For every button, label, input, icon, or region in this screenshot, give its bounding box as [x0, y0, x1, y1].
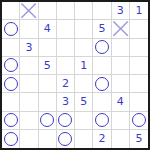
cell-r3c3[interactable] [39, 39, 57, 57]
cell-r6c5[interactable]: 5 [75, 93, 93, 111]
cell-r1c8[interactable]: 1 [130, 2, 148, 20]
circle-mark [4, 77, 18, 91]
cell-r1c6[interactable] [93, 2, 111, 20]
cell-r1c4[interactable] [57, 2, 75, 20]
cell-r1c7[interactable]: 3 [112, 2, 130, 20]
cell-r2c2[interactable] [20, 20, 38, 38]
cell-r7c3[interactable] [39, 112, 57, 130]
cell-r7c6[interactable] [93, 112, 111, 130]
cell-r7c5[interactable] [75, 112, 93, 130]
clue-number: 1 [135, 5, 142, 16]
cell-r3c4[interactable] [57, 39, 75, 57]
puzzle-board: 3145351235425 [0, 0, 150, 150]
cell-r5c8[interactable] [130, 75, 148, 93]
cell-r1c5[interactable] [75, 2, 93, 20]
x-mark [20, 2, 37, 19]
clue-number: 5 [135, 133, 142, 144]
cell-r2c3[interactable]: 4 [39, 20, 57, 38]
cell-r2c5[interactable] [75, 20, 93, 38]
cell-r6c4[interactable]: 3 [57, 93, 75, 111]
clue-number: 3 [62, 96, 69, 107]
clue-number: 4 [117, 96, 124, 107]
cell-r5c3[interactable] [39, 75, 57, 93]
cell-r8c6[interactable]: 2 [93, 130, 111, 148]
cell-r3c8[interactable] [130, 39, 148, 57]
circle-mark [95, 40, 109, 54]
cell-r3c2[interactable]: 3 [20, 39, 38, 57]
cell-r6c8[interactable] [130, 93, 148, 111]
circle-mark [4, 22, 18, 36]
circle-mark [58, 113, 72, 127]
cell-r8c1[interactable] [2, 130, 20, 148]
cell-r2c1[interactable] [2, 20, 20, 38]
circle-mark [4, 132, 18, 146]
cell-r5c6[interactable] [93, 75, 111, 93]
cell-r5c7[interactable] [112, 75, 130, 93]
cell-r8c5[interactable] [75, 130, 93, 148]
clue-number: 5 [44, 60, 51, 71]
cell-r1c3[interactable] [39, 2, 57, 20]
cell-r2c4[interactable] [57, 20, 75, 38]
x-mark [112, 20, 129, 37]
cell-r6c7[interactable]: 4 [112, 93, 130, 111]
clue-number: 2 [62, 78, 69, 89]
clue-number: 3 [117, 5, 124, 16]
cell-r3c1[interactable] [2, 39, 20, 57]
cell-r4c4[interactable] [57, 57, 75, 75]
cell-r4c6[interactable] [93, 57, 111, 75]
clue-number: 1 [80, 60, 87, 71]
circle-mark [132, 113, 146, 127]
cell-r7c7[interactable] [112, 112, 130, 130]
cell-r4c5[interactable]: 1 [75, 57, 93, 75]
cell-r8c7[interactable] [112, 130, 130, 148]
clue-number: 3 [25, 42, 32, 53]
cell-r7c8[interactable] [130, 112, 148, 130]
cell-r3c7[interactable] [112, 39, 130, 57]
cell-r2c6[interactable]: 5 [93, 20, 111, 38]
cell-r7c2[interactable] [20, 112, 38, 130]
cell-r4c2[interactable] [20, 57, 38, 75]
clue-number: 5 [80, 96, 87, 107]
cell-r7c4[interactable] [57, 112, 75, 130]
cell-r3c5[interactable] [75, 39, 93, 57]
cell-r5c2[interactable] [20, 75, 38, 93]
cell-r5c1[interactable] [2, 75, 20, 93]
circle-mark [4, 58, 18, 72]
clue-number: 4 [44, 23, 51, 34]
cell-r1c1[interactable] [2, 2, 20, 20]
circle-mark [58, 132, 72, 146]
cell-r8c4[interactable] [57, 130, 75, 148]
cell-r2c7[interactable] [112, 20, 130, 38]
cell-r2c8[interactable] [130, 20, 148, 38]
cell-r6c6[interactable] [93, 93, 111, 111]
cell-r8c8[interactable]: 5 [130, 130, 148, 148]
cell-r4c8[interactable] [130, 57, 148, 75]
cell-r6c1[interactable] [2, 93, 20, 111]
cell-r5c5[interactable] [75, 75, 93, 93]
circle-mark [40, 113, 54, 127]
cell-r8c2[interactable] [20, 130, 38, 148]
cell-r7c1[interactable] [2, 112, 20, 130]
circle-mark [4, 113, 18, 127]
cell-r4c1[interactable] [2, 57, 20, 75]
circle-mark [95, 113, 109, 127]
clue-number: 2 [98, 133, 105, 144]
cell-r8c3[interactable] [39, 130, 57, 148]
circle-mark [95, 77, 109, 91]
clue-number: 5 [98, 23, 105, 34]
cell-r4c7[interactable] [112, 57, 130, 75]
cell-r1c2[interactable] [20, 2, 38, 20]
cell-r4c3[interactable]: 5 [39, 57, 57, 75]
cell-r5c4[interactable]: 2 [57, 75, 75, 93]
cell-r3c6[interactable] [93, 39, 111, 57]
cell-r6c3[interactable] [39, 93, 57, 111]
cell-r6c2[interactable] [20, 93, 38, 111]
